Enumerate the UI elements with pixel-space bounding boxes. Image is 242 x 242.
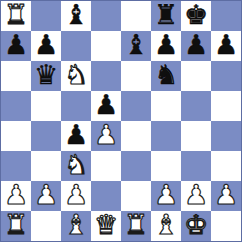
- black-pawn[interactable]: ♟: [94, 91, 118, 120]
- chess-board: ♜♝♜♚♟♟♝♟♟♟♛♞♞♟♟♟♞♟♟♟♟♟♟♜♝♛♜♝♚: [1, 1, 241, 241]
- white-knight[interactable]: ♞: [64, 61, 88, 90]
- black-queen[interactable]: ♛: [34, 61, 58, 90]
- square-a2[interactable]: ♟: [1, 181, 31, 211]
- square-b4[interactable]: [31, 121, 61, 151]
- chess-board-frame: ♜♝♜♚♟♟♝♟♟♟♛♞♞♟♟♟♞♟♟♟♟♟♟♜♝♛♜♝♚: [0, 0, 242, 242]
- black-bishop[interactable]: ♝: [124, 31, 148, 60]
- square-d7[interactable]: [91, 31, 121, 61]
- black-pawn[interactable]: ♟: [4, 31, 28, 60]
- square-d8[interactable]: [91, 1, 121, 31]
- white-knight[interactable]: ♞: [64, 151, 88, 180]
- black-pawn[interactable]: ♟: [184, 31, 208, 60]
- square-g7[interactable]: ♟: [181, 31, 211, 61]
- square-h7[interactable]: ♟: [211, 31, 241, 61]
- white-pawn[interactable]: ♟: [94, 121, 118, 150]
- square-h6[interactable]: [211, 61, 241, 91]
- square-g5[interactable]: [181, 91, 211, 121]
- black-pawn[interactable]: ♟: [34, 31, 58, 60]
- square-d6[interactable]: [91, 61, 121, 91]
- square-h5[interactable]: [211, 91, 241, 121]
- square-e4[interactable]: [121, 121, 151, 151]
- square-b8[interactable]: [31, 1, 61, 31]
- square-f4[interactable]: [151, 121, 181, 151]
- black-knight[interactable]: ♞: [154, 61, 178, 90]
- square-c8[interactable]: ♝: [61, 1, 91, 31]
- square-e8[interactable]: [121, 1, 151, 31]
- white-pawn[interactable]: ♟: [154, 181, 178, 210]
- square-f5[interactable]: [151, 91, 181, 121]
- square-b7[interactable]: ♟: [31, 31, 61, 61]
- square-a5[interactable]: [1, 91, 31, 121]
- black-bishop[interactable]: ♝: [64, 1, 88, 30]
- white-rook[interactable]: ♜: [4, 1, 28, 30]
- square-g4[interactable]: [181, 121, 211, 151]
- square-d3[interactable]: [91, 151, 121, 181]
- square-a1[interactable]: ♜: [1, 211, 31, 241]
- square-a8[interactable]: ♜: [1, 1, 31, 31]
- white-pawn[interactable]: ♟: [64, 181, 88, 210]
- white-pawn[interactable]: ♟: [4, 181, 28, 210]
- square-a6[interactable]: [1, 61, 31, 91]
- square-h2[interactable]: ♟: [211, 181, 241, 211]
- square-h4[interactable]: [211, 121, 241, 151]
- square-g2[interactable]: ♟: [181, 181, 211, 211]
- square-c6[interactable]: ♞: [61, 61, 91, 91]
- square-c7[interactable]: [61, 31, 91, 61]
- square-b1[interactable]: [31, 211, 61, 241]
- black-king[interactable]: ♚: [184, 1, 208, 30]
- square-f3[interactable]: [151, 151, 181, 181]
- square-b5[interactable]: [31, 91, 61, 121]
- black-pawn[interactable]: ♟: [214, 31, 238, 60]
- black-pawn[interactable]: ♟: [64, 121, 88, 150]
- square-c3[interactable]: ♞: [61, 151, 91, 181]
- square-c2[interactable]: ♟: [61, 181, 91, 211]
- square-c4[interactable]: ♟: [61, 121, 91, 151]
- white-king[interactable]: ♚: [184, 211, 208, 240]
- square-b2[interactable]: ♟: [31, 181, 61, 211]
- square-a4[interactable]: [1, 121, 31, 151]
- square-e2[interactable]: [121, 181, 151, 211]
- square-g3[interactable]: [181, 151, 211, 181]
- black-pawn[interactable]: ♟: [154, 31, 178, 60]
- square-c1[interactable]: ♝: [61, 211, 91, 241]
- white-pawn[interactable]: ♟: [214, 181, 238, 210]
- square-h8[interactable]: [211, 1, 241, 31]
- square-d1[interactable]: ♛: [91, 211, 121, 241]
- white-rook[interactable]: ♜: [4, 211, 28, 240]
- square-b3[interactable]: [31, 151, 61, 181]
- square-h3[interactable]: [211, 151, 241, 181]
- square-g6[interactable]: [181, 61, 211, 91]
- white-rook[interactable]: ♜: [124, 211, 148, 240]
- square-c5[interactable]: [61, 91, 91, 121]
- square-e6[interactable]: [121, 61, 151, 91]
- square-f8[interactable]: ♜: [151, 1, 181, 31]
- square-d2[interactable]: [91, 181, 121, 211]
- white-bishop[interactable]: ♝: [154, 211, 178, 240]
- square-e1[interactable]: ♜: [121, 211, 151, 241]
- square-d4[interactable]: ♟: [91, 121, 121, 151]
- square-g8[interactable]: ♚: [181, 1, 211, 31]
- white-bishop[interactable]: ♝: [64, 211, 88, 240]
- white-pawn[interactable]: ♟: [34, 181, 58, 210]
- white-pawn[interactable]: ♟: [184, 181, 208, 210]
- square-f2[interactable]: ♟: [151, 181, 181, 211]
- square-a3[interactable]: [1, 151, 31, 181]
- square-e5[interactable]: [121, 91, 151, 121]
- square-f6[interactable]: ♞: [151, 61, 181, 91]
- square-f1[interactable]: ♝: [151, 211, 181, 241]
- square-b6[interactable]: ♛: [31, 61, 61, 91]
- square-f7[interactable]: ♟: [151, 31, 181, 61]
- square-e3[interactable]: [121, 151, 151, 181]
- square-d5[interactable]: ♟: [91, 91, 121, 121]
- square-g1[interactable]: ♚: [181, 211, 211, 241]
- square-h1[interactable]: [211, 211, 241, 241]
- black-rook[interactable]: ♜: [154, 1, 178, 30]
- white-queen[interactable]: ♛: [94, 211, 118, 240]
- square-a7[interactable]: ♟: [1, 31, 31, 61]
- square-e7[interactable]: ♝: [121, 31, 151, 61]
